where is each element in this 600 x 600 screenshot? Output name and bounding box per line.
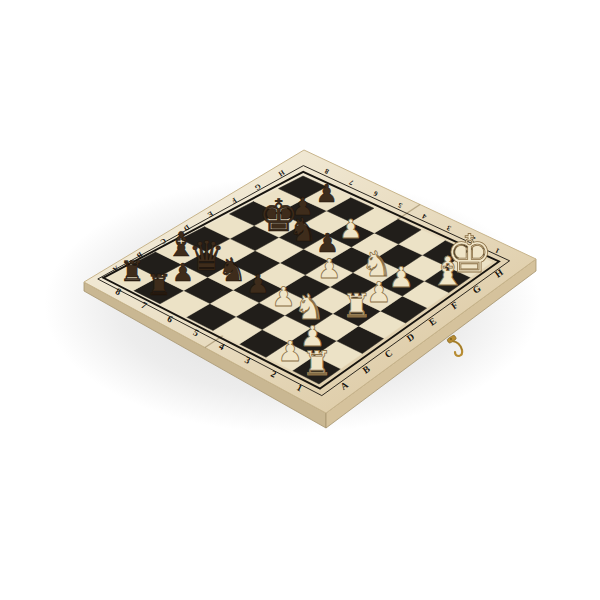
chess-set-photo: A1A1B2B2C3C3D4D4E5E5F6F6G7G7H8H8♟♟♚♟♞♟♝♛… [0,0,600,600]
black-pawn-c5: ♟ [246,269,269,299]
white-rook-a1: ♜ [302,344,332,383]
product-photo-canvas: A1A1B2B2C3C3D4D4E5E5F6F6G7G7H8H8♟♟♚♟♞♟♝♛… [0,0,600,600]
black-rook-a8: ♜ [120,255,145,288]
white-pawn-f2: ♟ [389,261,414,294]
white-pawn-e4: ♟ [317,253,341,284]
white-bishop-g1: ♝ [429,248,465,294]
black-knight-f6: ♞ [289,211,318,249]
black-rook-a7: ♜ [146,269,172,302]
white-pawn-a2: ♟ [278,335,303,368]
black-knight-c6: ♞ [218,251,247,289]
black-pawn-h7: ♟ [315,179,337,208]
white-pawn-g5: ♟ [339,214,362,244]
black-pawn-b7: ♟ [172,258,194,287]
white-rook-d2: ♜ [342,287,371,325]
white-pawn-c4: ♟ [271,281,295,312]
